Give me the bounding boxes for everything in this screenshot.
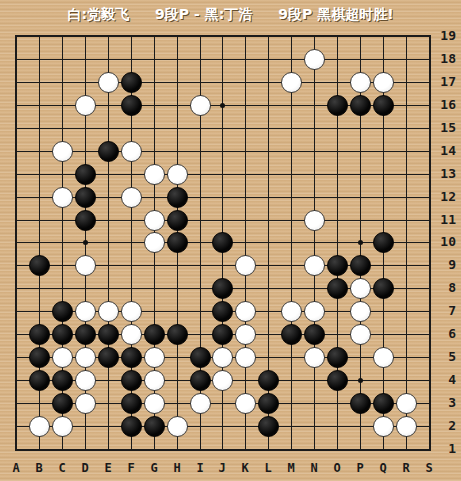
black-stone-D11: [75, 210, 96, 231]
row-label-14: 14: [434, 143, 456, 158]
black-stone-L3: [258, 393, 279, 414]
black-stone-F4: [121, 370, 142, 391]
white-stone-N18: [304, 49, 325, 70]
white-stone-G5: [144, 347, 165, 368]
col-label-S: S: [419, 461, 439, 475]
grid-line-vertical: [291, 36, 292, 449]
col-label-O: O: [327, 461, 347, 475]
white-stone-G11: [144, 210, 165, 231]
white-stone-D16: [75, 95, 96, 116]
col-label-J: J: [212, 461, 232, 475]
black-stone-H12: [167, 187, 188, 208]
star-point-J16: [220, 103, 225, 108]
white-stone-N11: [304, 210, 325, 231]
grid-line-vertical: [314, 36, 315, 449]
black-stone-J7: [212, 301, 233, 322]
white-stone-K3: [235, 393, 256, 414]
black-stone-E5: [98, 347, 119, 368]
white-stone-M17: [281, 72, 302, 93]
white-stone-P6: [350, 324, 371, 345]
row-label-6: 6: [434, 326, 456, 341]
row-label-19: 19: [434, 28, 456, 43]
star-point-P4: [358, 378, 363, 383]
white-stone-K7: [235, 301, 256, 322]
black-stone-B9: [29, 255, 50, 276]
col-label-P: P: [350, 461, 370, 475]
black-stone-J6: [212, 324, 233, 345]
black-stone-J10: [212, 232, 233, 253]
white-stone-F6: [121, 324, 142, 345]
white-stone-B2: [29, 416, 50, 437]
white-stone-G10: [144, 232, 165, 253]
white-stone-J4: [212, 370, 233, 391]
black-stone-I4: [190, 370, 211, 391]
white-stone-P8: [350, 278, 371, 299]
black-stone-H6: [167, 324, 188, 345]
white-stone-I3: [190, 393, 211, 414]
white-stone-N5: [304, 347, 325, 368]
white-stone-Q5: [373, 347, 394, 368]
black-stone-O8: [327, 278, 348, 299]
white-stone-N9: [304, 255, 325, 276]
col-label-N: N: [304, 461, 324, 475]
grid-line-horizontal: [16, 426, 429, 427]
white-stone-E17: [98, 72, 119, 93]
row-label-17: 17: [434, 74, 456, 89]
black-stone-P3: [350, 393, 371, 414]
white-stone-I16: [190, 95, 211, 116]
white-stone-G4: [144, 370, 165, 391]
black-stone-Q8: [373, 278, 394, 299]
row-label-9: 9: [434, 257, 456, 272]
col-label-D: D: [75, 461, 95, 475]
white-stone-K5: [235, 347, 256, 368]
black-stone-Q10: [373, 232, 394, 253]
black-stone-J8: [212, 278, 233, 299]
white-stone-G13: [144, 164, 165, 185]
row-label-1: 1: [434, 441, 456, 456]
white-stone-C12: [52, 187, 73, 208]
white-stone-F7: [121, 301, 142, 322]
black-stone-C7: [52, 301, 73, 322]
black-stone-D13: [75, 164, 96, 185]
white-stone-C2: [52, 416, 73, 437]
white-stone-C5: [52, 347, 73, 368]
row-label-4: 4: [434, 372, 456, 387]
black-stone-F3: [121, 393, 142, 414]
white-stone-P17: [350, 72, 371, 93]
black-stone-L2: [258, 416, 279, 437]
col-label-A: A: [6, 461, 26, 475]
black-stone-F5: [121, 347, 142, 368]
black-stone-F17: [121, 72, 142, 93]
col-label-L: L: [258, 461, 278, 475]
star-point-D10: [83, 240, 88, 245]
row-label-13: 13: [434, 166, 456, 181]
col-label-I: I: [190, 461, 210, 475]
black-stone-P9: [350, 255, 371, 276]
col-label-Q: Q: [373, 461, 393, 475]
black-stone-C4: [52, 370, 73, 391]
white-stone-H2: [167, 416, 188, 437]
black-stone-F2: [121, 416, 142, 437]
white-stone-C14: [52, 141, 73, 162]
col-label-M: M: [281, 461, 301, 475]
white-stone-D7: [75, 301, 96, 322]
black-stone-H11: [167, 210, 188, 231]
grid-line-vertical: [245, 36, 246, 449]
col-label-K: K: [235, 461, 255, 475]
black-stone-I5: [190, 347, 211, 368]
go-board[interactable]: ABCDEFGHIJKLMNOPQRS191817161514131211109…: [0, 0, 461, 481]
white-stone-J5: [212, 347, 233, 368]
col-label-B: B: [29, 461, 49, 475]
black-stone-D6: [75, 324, 96, 345]
black-stone-D12: [75, 187, 96, 208]
black-stone-M6: [281, 324, 302, 345]
col-label-C: C: [52, 461, 72, 475]
black-stone-G2: [144, 416, 165, 437]
row-label-15: 15: [434, 120, 456, 135]
black-stone-G6: [144, 324, 165, 345]
white-stone-M7: [281, 301, 302, 322]
white-stone-Q2: [373, 416, 394, 437]
white-stone-H13: [167, 164, 188, 185]
row-label-3: 3: [434, 395, 456, 410]
black-stone-O5: [327, 347, 348, 368]
black-stone-B6: [29, 324, 50, 345]
row-label-7: 7: [434, 303, 456, 318]
black-stone-Q3: [373, 393, 394, 414]
go-game-viewer: 白:党毅飞 9段P - 黑:丁浩 9段P 黑棋超时胜! ABCDEFGHIJKL…: [0, 0, 461, 481]
black-stone-O16: [327, 95, 348, 116]
col-label-E: E: [98, 461, 118, 475]
star-point-P10: [358, 240, 363, 245]
black-stone-O9: [327, 255, 348, 276]
grid-line-vertical: [406, 36, 407, 449]
row-label-11: 11: [434, 212, 456, 227]
white-stone-R2: [396, 416, 417, 437]
white-stone-N7: [304, 301, 325, 322]
white-stone-D4: [75, 370, 96, 391]
col-label-G: G: [144, 461, 164, 475]
white-stone-E7: [98, 301, 119, 322]
black-stone-O4: [327, 370, 348, 391]
col-label-R: R: [396, 461, 416, 475]
white-stone-G3: [144, 393, 165, 414]
white-stone-P7: [350, 301, 371, 322]
white-stone-D9: [75, 255, 96, 276]
white-stone-R3: [396, 393, 417, 414]
white-stone-Q17: [373, 72, 394, 93]
white-stone-K6: [235, 324, 256, 345]
white-stone-F12: [121, 187, 142, 208]
black-stone-F16: [121, 95, 142, 116]
black-stone-P16: [350, 95, 371, 116]
black-stone-Q16: [373, 95, 394, 116]
col-label-H: H: [167, 461, 187, 475]
white-stone-F14: [121, 141, 142, 162]
white-stone-D5: [75, 347, 96, 368]
row-label-10: 10: [434, 234, 456, 249]
black-stone-N6: [304, 324, 325, 345]
black-stone-B4: [29, 370, 50, 391]
black-stone-E14: [98, 141, 119, 162]
black-stone-H10: [167, 232, 188, 253]
row-label-5: 5: [434, 349, 456, 364]
row-label-12: 12: [434, 189, 456, 204]
row-label-2: 2: [434, 418, 456, 433]
white-stone-K9: [235, 255, 256, 276]
col-label-F: F: [121, 461, 141, 475]
white-stone-D3: [75, 393, 96, 414]
row-label-16: 16: [434, 97, 456, 112]
row-label-8: 8: [434, 280, 456, 295]
black-stone-C6: [52, 324, 73, 345]
black-stone-C3: [52, 393, 73, 414]
black-stone-B5: [29, 347, 50, 368]
black-stone-E6: [98, 324, 119, 345]
row-label-18: 18: [434, 51, 456, 66]
black-stone-L4: [258, 370, 279, 391]
